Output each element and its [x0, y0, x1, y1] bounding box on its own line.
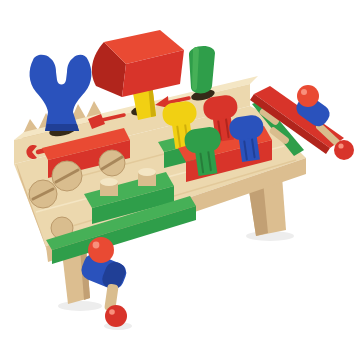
- front-clamp-ball-bottom: [105, 305, 127, 327]
- front-clamp-ball-top-highlight: [93, 242, 100, 249]
- peg-1-top: [100, 178, 118, 186]
- peg-2: [138, 168, 156, 186]
- product-photo: [0, 0, 360, 360]
- peg-2-top: [138, 168, 156, 176]
- shadow-left: [58, 301, 102, 311]
- peg-1: [100, 178, 118, 196]
- front-clamp-ball-bottom-highlight: [109, 309, 115, 315]
- wrench-handle-shade: [45, 124, 79, 131]
- knob-blue-stem: [239, 137, 260, 162]
- side-clamp-ball-bottom-highlight: [338, 143, 343, 148]
- side-clamp-ball-bottom: [334, 140, 354, 160]
- toy-screwdriver-handle: [189, 46, 215, 93]
- toy-workbench-illustration: [0, 0, 360, 360]
- front-clamp-ball-top: [88, 237, 114, 263]
- side-clamp-ball-top: [297, 85, 319, 107]
- side-clamp-ball-top-highlight: [301, 89, 307, 95]
